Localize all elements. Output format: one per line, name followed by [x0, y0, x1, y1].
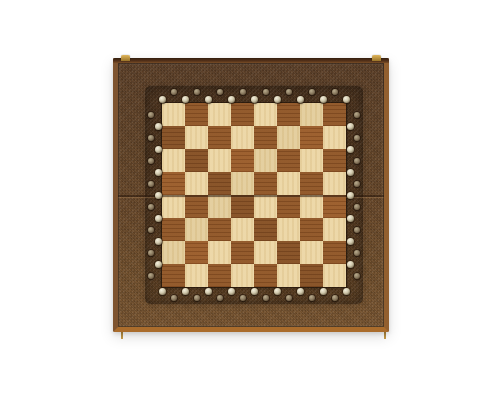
- stud-bottom-16: [343, 288, 350, 295]
- square-d6: [231, 149, 254, 172]
- stud-top-1: [171, 89, 177, 95]
- square-e6: [254, 149, 277, 172]
- stud-bottom-5: [217, 295, 223, 301]
- stud-top-5: [217, 89, 223, 95]
- square-c5: [208, 172, 231, 195]
- square-e1: [254, 264, 277, 287]
- square-c8: [208, 103, 231, 126]
- square-c1: [208, 264, 231, 287]
- square-a6: [162, 149, 185, 172]
- stud-top-12: [297, 96, 304, 103]
- stud-right-7: [354, 181, 360, 187]
- stud-top-15: [332, 89, 338, 95]
- square-h1: [323, 264, 346, 287]
- stud-top-0: [159, 96, 166, 103]
- stud-right-12: [347, 238, 354, 245]
- square-f8: [277, 103, 300, 126]
- stud-left-5: [148, 158, 154, 164]
- stud-left-11: [148, 227, 154, 233]
- square-a5: [162, 172, 185, 195]
- stud-top-9: [263, 89, 269, 95]
- stud-bottom-3: [194, 295, 200, 301]
- square-a2: [162, 241, 185, 264]
- square-e3: [254, 218, 277, 241]
- stud-right-8: [347, 192, 354, 199]
- square-e5: [254, 172, 277, 195]
- square-h3: [323, 218, 346, 241]
- square-c2: [208, 241, 231, 264]
- stud-top-2: [182, 96, 189, 103]
- square-a8: [162, 103, 185, 126]
- square-c7: [208, 126, 231, 149]
- stud-bottom-13: [309, 295, 315, 301]
- square-d1: [231, 264, 254, 287]
- stud-bottom-4: [205, 288, 212, 295]
- square-e8: [254, 103, 277, 126]
- square-d5: [231, 172, 254, 195]
- square-g6: [300, 149, 323, 172]
- stud-right-1: [354, 112, 360, 118]
- square-b6: [185, 149, 208, 172]
- stud-left-1: [148, 112, 154, 118]
- stud-top-4: [205, 96, 212, 103]
- square-h4: [323, 195, 346, 218]
- square-a4: [162, 195, 185, 218]
- stud-top-16: [343, 96, 350, 103]
- square-f5: [277, 172, 300, 195]
- square-h7: [323, 126, 346, 149]
- stud-top-14: [320, 96, 327, 103]
- square-f4: [277, 195, 300, 218]
- square-a3: [162, 218, 185, 241]
- stud-right-9: [354, 204, 360, 210]
- square-c3: [208, 218, 231, 241]
- stud-right-3: [354, 135, 360, 141]
- square-b7: [185, 126, 208, 149]
- square-a1: [162, 264, 185, 287]
- square-f6: [277, 149, 300, 172]
- square-e7: [254, 126, 277, 149]
- square-b8: [185, 103, 208, 126]
- stud-right-14: [347, 261, 354, 268]
- stud-left-13: [148, 250, 154, 256]
- stud-top-13: [309, 89, 315, 95]
- square-g7: [300, 126, 323, 149]
- stud-left-2: [155, 123, 162, 130]
- stud-right-5: [354, 158, 360, 164]
- stud-bottom-7: [240, 295, 246, 301]
- stud-left-10: [155, 215, 162, 222]
- square-d2: [231, 241, 254, 264]
- stud-right-11: [354, 227, 360, 233]
- hinge-right-icon: [372, 55, 381, 61]
- stud-bottom-2: [182, 288, 189, 295]
- stud-right-4: [347, 146, 354, 153]
- latch-pin-right: [384, 332, 386, 339]
- square-c6: [208, 149, 231, 172]
- stud-bottom-6: [228, 288, 235, 295]
- square-e2: [254, 241, 277, 264]
- square-h8: [323, 103, 346, 126]
- square-g1: [300, 264, 323, 287]
- stud-left-3: [148, 135, 154, 141]
- stud-bottom-12: [297, 288, 304, 295]
- stud-top-6: [228, 96, 235, 103]
- square-f3: [277, 218, 300, 241]
- stud-bottom-9: [263, 295, 269, 301]
- stud-top-3: [194, 89, 200, 95]
- stud-right-6: [347, 169, 354, 176]
- box-back-edge: [113, 58, 389, 63]
- square-g3: [300, 218, 323, 241]
- square-b4: [185, 195, 208, 218]
- stud-bottom-11: [286, 295, 292, 301]
- square-d7: [231, 126, 254, 149]
- square-g4: [300, 195, 323, 218]
- square-h5: [323, 172, 346, 195]
- stud-top-10: [274, 96, 281, 103]
- stud-left-4: [155, 146, 162, 153]
- stud-right-15: [354, 273, 360, 279]
- square-g2: [300, 241, 323, 264]
- stud-right-2: [347, 123, 354, 130]
- stud-bottom-15: [332, 295, 338, 301]
- square-b5: [185, 172, 208, 195]
- stud-left-7: [148, 181, 154, 187]
- square-d4: [231, 195, 254, 218]
- square-d3: [231, 218, 254, 241]
- stud-top-7: [240, 89, 246, 95]
- square-c4: [208, 195, 231, 218]
- playing-field: [162, 103, 346, 287]
- square-h2: [323, 241, 346, 264]
- stud-bottom-0: [159, 288, 166, 295]
- stud-right-10: [347, 215, 354, 222]
- square-g8: [300, 103, 323, 126]
- stud-left-9: [148, 204, 154, 210]
- square-a7: [162, 126, 185, 149]
- square-b3: [185, 218, 208, 241]
- square-f7: [277, 126, 300, 149]
- stud-left-15: [148, 273, 154, 279]
- stud-bottom-8: [251, 288, 258, 295]
- stud-bottom-14: [320, 288, 327, 295]
- chess-box-board: [113, 58, 389, 332]
- stud-top-11: [286, 89, 292, 95]
- stud-bottom-1: [171, 295, 177, 301]
- stud-bottom-10: [274, 288, 281, 295]
- stud-left-8: [155, 192, 162, 199]
- square-b1: [185, 264, 208, 287]
- square-b2: [185, 241, 208, 264]
- photo-background: [0, 0, 500, 400]
- stud-top-8: [251, 96, 258, 103]
- stud-left-12: [155, 238, 162, 245]
- stud-left-6: [155, 169, 162, 176]
- square-h6: [323, 149, 346, 172]
- stud-left-14: [155, 261, 162, 268]
- square-e4: [254, 195, 277, 218]
- latch-pin-left: [121, 332, 123, 339]
- square-f2: [277, 241, 300, 264]
- hinge-left-icon: [121, 55, 130, 61]
- square-g5: [300, 172, 323, 195]
- square-f1: [277, 264, 300, 287]
- square-d8: [231, 103, 254, 126]
- stud-right-13: [354, 250, 360, 256]
